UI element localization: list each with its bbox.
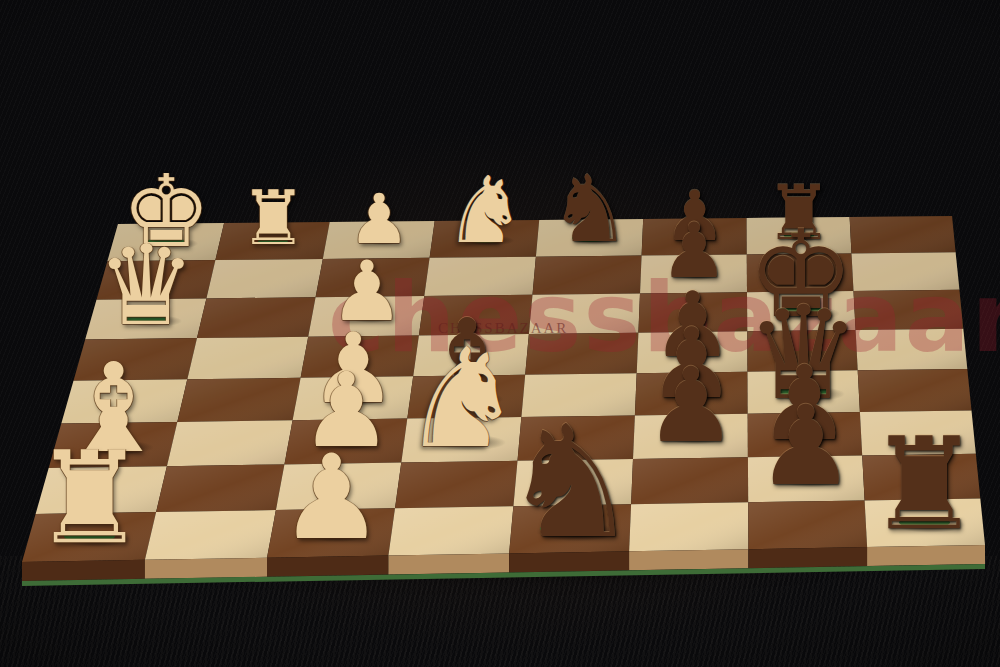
pawn-glyph: ♟ bbox=[645, 354, 737, 457]
rook-glyph: ♜ bbox=[33, 435, 147, 562]
scene: chessbazaar CHESSBAZAAR ♚♜♟♞♞♟♜♟♛♟♚♟♟♝♟♛… bbox=[0, 0, 1000, 667]
pieces-layer: ♚♜♟♞♞♟♜♟♛♟♚♟♟♝♟♛♝♟♞♟♟♟♜♟♞♜ bbox=[0, 0, 1000, 667]
knight-glyph: ♞ bbox=[501, 405, 640, 560]
rook-glyph: ♜ bbox=[867, 421, 981, 548]
knight-glyph: ♞ bbox=[444, 165, 526, 257]
knight-glyph: ♞ bbox=[549, 164, 631, 256]
pawn-glyph: ♟ bbox=[756, 391, 855, 501]
queen-glyph: ♛ bbox=[97, 230, 197, 341]
pawn-glyph: ♟ bbox=[279, 439, 384, 556]
rook-glyph: ♜ bbox=[239, 181, 306, 256]
